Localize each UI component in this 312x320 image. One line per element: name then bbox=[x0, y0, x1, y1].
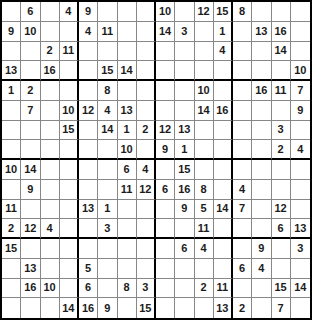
cell-r4c8[interactable] bbox=[137, 61, 156, 81]
cell-r3c9[interactable] bbox=[156, 42, 175, 62]
cell-r4c2[interactable] bbox=[21, 61, 40, 81]
cell-r4c9[interactable] bbox=[156, 61, 175, 81]
cell-r9c6[interactable] bbox=[98, 160, 117, 180]
cell-r8c5[interactable] bbox=[79, 140, 98, 160]
cell-r7c5[interactable] bbox=[79, 121, 98, 141]
cell-r5c6: 8 bbox=[98, 81, 117, 101]
cell-r1c8[interactable] bbox=[137, 2, 156, 22]
cell-r1c4: 4 bbox=[60, 2, 79, 22]
cell-r3c13[interactable] bbox=[233, 42, 252, 62]
sudoku-board: 6491012158910411143113162114141316151410… bbox=[0, 0, 312, 320]
cell-r16c9[interactable] bbox=[156, 298, 175, 318]
cell-r7c16[interactable] bbox=[291, 121, 310, 141]
cell-r13c13[interactable] bbox=[233, 239, 252, 259]
cell-r1c16[interactable] bbox=[291, 2, 310, 22]
cell-r14c6[interactable] bbox=[98, 259, 117, 279]
cell-r2c12: 1 bbox=[214, 22, 233, 42]
cell-r9c4[interactable] bbox=[60, 160, 79, 180]
cell-r7c13[interactable] bbox=[233, 121, 252, 141]
cell-r10c1[interactable] bbox=[2, 180, 21, 200]
cell-r16c13: 2 bbox=[233, 298, 252, 318]
cell-r14c7[interactable] bbox=[118, 259, 137, 279]
cell-r4c15[interactable] bbox=[272, 61, 291, 81]
cell-r8c2[interactable] bbox=[21, 140, 40, 160]
cell-r2c7[interactable] bbox=[118, 22, 137, 42]
cell-r7c12[interactable] bbox=[214, 121, 233, 141]
cell-r4c7: 14 bbox=[118, 61, 137, 81]
cell-r9c12[interactable] bbox=[214, 160, 233, 180]
cell-r8c1[interactable] bbox=[2, 140, 21, 160]
cell-r10c8: 12 bbox=[137, 180, 156, 200]
cell-r6c4: 10 bbox=[60, 101, 79, 121]
cell-r9c3[interactable] bbox=[41, 160, 60, 180]
cell-r3c8[interactable] bbox=[137, 42, 156, 62]
cell-r7c2[interactable] bbox=[21, 121, 40, 141]
cell-r8c3[interactable] bbox=[41, 140, 60, 160]
cell-r16c5: 16 bbox=[79, 298, 98, 318]
cell-r16c7[interactable] bbox=[118, 298, 137, 318]
cell-r13c1: 15 bbox=[2, 239, 21, 259]
cell-r8c7: 10 bbox=[118, 140, 137, 160]
cell-r11c10: 9 bbox=[175, 200, 194, 220]
cell-r6c15[interactable] bbox=[272, 101, 291, 121]
cell-r2c4[interactable] bbox=[60, 22, 79, 42]
cell-r12c16: 13 bbox=[291, 219, 310, 239]
cell-r14c5: 5 bbox=[79, 259, 98, 279]
cell-r9c16[interactable] bbox=[291, 160, 310, 180]
cell-r4c5[interactable] bbox=[79, 61, 98, 81]
cell-r9c14[interactable] bbox=[252, 160, 271, 180]
cell-r13c10: 6 bbox=[175, 239, 194, 259]
cell-r10c4[interactable] bbox=[60, 180, 79, 200]
cell-r11c9[interactable] bbox=[156, 200, 175, 220]
cell-r3c5[interactable] bbox=[79, 42, 98, 62]
cell-r11c11: 5 bbox=[195, 200, 214, 220]
cell-r8c6[interactable] bbox=[98, 140, 117, 160]
cell-r1c5: 9 bbox=[79, 2, 98, 22]
cell-r2c11[interactable] bbox=[195, 22, 214, 42]
cell-r10c14[interactable] bbox=[252, 180, 271, 200]
cell-r11c1: 11 bbox=[2, 200, 21, 220]
cell-r12c13[interactable] bbox=[233, 219, 252, 239]
cell-r16c1[interactable] bbox=[2, 298, 21, 318]
cell-r3c4: 11 bbox=[60, 42, 79, 62]
cell-r8c15: 2 bbox=[272, 140, 291, 160]
cell-r14c1[interactable] bbox=[2, 259, 21, 279]
cell-r13c11: 4 bbox=[195, 239, 214, 259]
cell-r16c4: 14 bbox=[60, 298, 79, 318]
cell-r11c4[interactable] bbox=[60, 200, 79, 220]
cell-r16c14[interactable] bbox=[252, 298, 271, 318]
cell-r6c10[interactable] bbox=[175, 101, 194, 121]
cell-r15c6[interactable] bbox=[98, 279, 117, 299]
cell-r13c14: 9 bbox=[252, 239, 271, 259]
cell-r12c3: 4 bbox=[41, 219, 60, 239]
cell-r6c1[interactable] bbox=[2, 101, 21, 121]
cell-r12c5[interactable] bbox=[79, 219, 98, 239]
cell-r3c12: 4 bbox=[214, 42, 233, 62]
cell-r7c9: 12 bbox=[156, 121, 175, 141]
cell-r14c14: 4 bbox=[252, 259, 271, 279]
cell-r2c6: 11 bbox=[98, 22, 117, 42]
cell-r11c3[interactable] bbox=[41, 200, 60, 220]
cell-r15c4[interactable] bbox=[60, 279, 79, 299]
cell-r1c6[interactable] bbox=[98, 2, 117, 22]
cell-r10c11: 8 bbox=[195, 180, 214, 200]
cell-r4c14[interactable] bbox=[252, 61, 271, 81]
cell-r2c1: 9 bbox=[2, 22, 21, 42]
cell-r10c10: 16 bbox=[175, 180, 194, 200]
cell-r13c12[interactable] bbox=[214, 239, 233, 259]
cell-r6c14[interactable] bbox=[252, 101, 271, 121]
cell-r11c5: 13 bbox=[79, 200, 98, 220]
cell-r13c15[interactable] bbox=[272, 239, 291, 259]
cell-r4c13[interactable] bbox=[233, 61, 252, 81]
cell-r4c4[interactable] bbox=[60, 61, 79, 81]
cell-r5c8[interactable] bbox=[137, 81, 156, 101]
cell-r13c8[interactable] bbox=[137, 239, 156, 259]
cell-r9c5[interactable] bbox=[79, 160, 98, 180]
cell-r12c11: 11 bbox=[195, 219, 214, 239]
cell-r16c10[interactable] bbox=[175, 298, 194, 318]
cell-r12c7[interactable] bbox=[118, 219, 137, 239]
cell-r11c6: 1 bbox=[98, 200, 117, 220]
cell-r10c5[interactable] bbox=[79, 180, 98, 200]
cell-r5c10[interactable] bbox=[175, 81, 194, 101]
cell-r13c2[interactable] bbox=[21, 239, 40, 259]
cell-r10c9: 6 bbox=[156, 180, 175, 200]
cell-r12c1: 2 bbox=[2, 219, 21, 239]
cell-r15c13[interactable] bbox=[233, 279, 252, 299]
cell-r7c10: 13 bbox=[175, 121, 194, 141]
cell-r2c14: 13 bbox=[252, 22, 271, 42]
cell-r16c3[interactable] bbox=[41, 298, 60, 318]
cell-r14c10[interactable] bbox=[175, 259, 194, 279]
cell-r15c14[interactable] bbox=[252, 279, 271, 299]
cell-r15c8: 3 bbox=[137, 279, 156, 299]
cell-r9c1: 10 bbox=[2, 160, 21, 180]
cell-r9c9[interactable] bbox=[156, 160, 175, 180]
cell-r11c14[interactable] bbox=[252, 200, 271, 220]
cell-r8c10: 1 bbox=[175, 140, 194, 160]
cell-r15c12: 11 bbox=[214, 279, 233, 299]
cell-r6c11: 14 bbox=[195, 101, 214, 121]
cell-r1c2: 6 bbox=[21, 2, 40, 22]
cell-r2c13[interactable] bbox=[233, 22, 252, 42]
cell-r2c8[interactable] bbox=[137, 22, 156, 42]
cell-r12c15: 6 bbox=[272, 219, 291, 239]
cell-r16c6: 9 bbox=[98, 298, 117, 318]
cell-r11c15: 12 bbox=[272, 200, 291, 220]
cell-r15c11: 2 bbox=[195, 279, 214, 299]
cell-r9c7: 6 bbox=[118, 160, 137, 180]
cell-r13c9[interactable] bbox=[156, 239, 175, 259]
cell-r12c4[interactable] bbox=[60, 219, 79, 239]
cell-r14c12[interactable] bbox=[214, 259, 233, 279]
cell-r5c13[interactable] bbox=[233, 81, 252, 101]
cell-r5c9[interactable] bbox=[156, 81, 175, 101]
cell-r8c13[interactable] bbox=[233, 140, 252, 160]
cell-r15c7: 8 bbox=[118, 279, 137, 299]
cell-r8c11[interactable] bbox=[195, 140, 214, 160]
cell-r11c13: 7 bbox=[233, 200, 252, 220]
cell-r9c15[interactable] bbox=[272, 160, 291, 180]
cell-r12c9[interactable] bbox=[156, 219, 175, 239]
cell-r2c15: 16 bbox=[272, 22, 291, 42]
cell-r5c16: 7 bbox=[291, 81, 310, 101]
cell-r2c2: 10 bbox=[21, 22, 40, 42]
cell-r7c1[interactable] bbox=[2, 121, 21, 141]
cell-r7c15: 3 bbox=[272, 121, 291, 141]
cell-r1c9: 10 bbox=[156, 2, 175, 22]
cell-r14c15[interactable] bbox=[272, 259, 291, 279]
cell-r6c5: 12 bbox=[79, 101, 98, 121]
cell-r10c12[interactable] bbox=[214, 180, 233, 200]
cell-r8c4[interactable] bbox=[60, 140, 79, 160]
cell-r6c16: 9 bbox=[291, 101, 310, 121]
cell-r5c4[interactable] bbox=[60, 81, 79, 101]
cell-r12c8[interactable] bbox=[137, 219, 156, 239]
cell-r12c2: 12 bbox=[21, 219, 40, 239]
cell-r9c10: 15 bbox=[175, 160, 194, 180]
cell-r11c2[interactable] bbox=[21, 200, 40, 220]
cell-r6c2: 7 bbox=[21, 101, 40, 121]
cell-r15c5: 6 bbox=[79, 279, 98, 299]
cell-r13c5[interactable] bbox=[79, 239, 98, 259]
cell-r7c3[interactable] bbox=[41, 121, 60, 141]
cell-r1c12: 15 bbox=[214, 2, 233, 22]
cell-r10c3[interactable] bbox=[41, 180, 60, 200]
cell-r9c2: 14 bbox=[21, 160, 40, 180]
cell-r5c11: 10 bbox=[195, 81, 214, 101]
cell-r10c15[interactable] bbox=[272, 180, 291, 200]
cell-r9c8: 4 bbox=[137, 160, 156, 180]
cell-r10c16[interactable] bbox=[291, 180, 310, 200]
cell-r10c7: 11 bbox=[118, 180, 137, 200]
cell-r1c3[interactable] bbox=[41, 2, 60, 22]
cell-r5c12[interactable] bbox=[214, 81, 233, 101]
cell-r15c3: 10 bbox=[41, 279, 60, 299]
cell-r10c6[interactable] bbox=[98, 180, 117, 200]
puzzle-screenshot: 6491012158910411143113162114141316151410… bbox=[0, 0, 312, 320]
cell-r15c2: 16 bbox=[21, 279, 40, 299]
cell-r13c7[interactable] bbox=[118, 239, 137, 259]
cell-r14c11[interactable] bbox=[195, 259, 214, 279]
cell-r5c2: 2 bbox=[21, 81, 40, 101]
cell-r7c4: 15 bbox=[60, 121, 79, 141]
cell-r6c7: 13 bbox=[118, 101, 137, 121]
cell-r5c14: 16 bbox=[252, 81, 271, 101]
cell-r6c12: 16 bbox=[214, 101, 233, 121]
cell-r15c15: 15 bbox=[272, 279, 291, 299]
cell-r7c11[interactable] bbox=[195, 121, 214, 141]
cell-r1c10[interactable] bbox=[175, 2, 194, 22]
cell-r2c5: 4 bbox=[79, 22, 98, 42]
cell-r15c1[interactable] bbox=[2, 279, 21, 299]
cell-r12c6: 3 bbox=[98, 219, 117, 239]
cell-r3c1[interactable] bbox=[2, 42, 21, 62]
cell-r6c9[interactable] bbox=[156, 101, 175, 121]
cell-r3c14[interactable] bbox=[252, 42, 271, 62]
cell-r16c11[interactable] bbox=[195, 298, 214, 318]
cell-r3c10[interactable] bbox=[175, 42, 194, 62]
cell-r5c7[interactable] bbox=[118, 81, 137, 101]
cell-r4c12[interactable] bbox=[214, 61, 233, 81]
cell-r11c7[interactable] bbox=[118, 200, 137, 220]
cell-r1c7[interactable] bbox=[118, 2, 137, 22]
cell-r5c1: 1 bbox=[2, 81, 21, 101]
cell-r14c4[interactable] bbox=[60, 259, 79, 279]
cell-r5c3[interactable] bbox=[41, 81, 60, 101]
cell-r8c12[interactable] bbox=[214, 140, 233, 160]
cell-r12c10[interactable] bbox=[175, 219, 194, 239]
cell-r14c16[interactable] bbox=[291, 259, 310, 279]
cell-r7c8: 2 bbox=[137, 121, 156, 141]
cell-r14c13: 6 bbox=[233, 259, 252, 279]
cell-r4c10[interactable] bbox=[175, 61, 194, 81]
cell-r15c9[interactable] bbox=[156, 279, 175, 299]
cell-r8c8[interactable] bbox=[137, 140, 156, 160]
cell-r7c7: 1 bbox=[118, 121, 137, 141]
cell-r16c15: 7 bbox=[272, 298, 291, 318]
cell-r3c6[interactable] bbox=[98, 42, 117, 62]
cell-r9c11[interactable] bbox=[195, 160, 214, 180]
cell-r15c16: 14 bbox=[291, 279, 310, 299]
cell-r11c12: 14 bbox=[214, 200, 233, 220]
cell-r11c8[interactable] bbox=[137, 200, 156, 220]
cell-r14c9[interactable] bbox=[156, 259, 175, 279]
cell-r12c14[interactable] bbox=[252, 219, 271, 239]
cell-r13c4[interactable] bbox=[60, 239, 79, 259]
cell-r2c3[interactable] bbox=[41, 22, 60, 42]
cell-r7c6: 14 bbox=[98, 121, 117, 141]
cell-r16c8: 15 bbox=[137, 298, 156, 318]
cell-r16c12: 13 bbox=[214, 298, 233, 318]
cell-r8c16: 4 bbox=[291, 140, 310, 160]
cell-r3c3: 2 bbox=[41, 42, 60, 62]
cell-r2c9: 14 bbox=[156, 22, 175, 42]
cell-r16c2[interactable] bbox=[21, 298, 40, 318]
cell-r15c10[interactable] bbox=[175, 279, 194, 299]
cell-r12c12[interactable] bbox=[214, 219, 233, 239]
cell-r7c14[interactable] bbox=[252, 121, 271, 141]
cell-r13c16: 3 bbox=[291, 239, 310, 259]
cell-r6c13[interactable] bbox=[233, 101, 252, 121]
cell-r2c16[interactable] bbox=[291, 22, 310, 42]
cell-r4c16: 10 bbox=[291, 61, 310, 81]
cell-r10c2: 9 bbox=[21, 180, 40, 200]
cell-r3c16[interactable] bbox=[291, 42, 310, 62]
cell-r4c6: 15 bbox=[98, 61, 117, 81]
cell-r4c11[interactable] bbox=[195, 61, 214, 81]
cell-r8c14[interactable] bbox=[252, 140, 271, 160]
cell-r14c2: 13 bbox=[21, 259, 40, 279]
cell-r3c11[interactable] bbox=[195, 42, 214, 62]
cell-r9c13[interactable] bbox=[233, 160, 252, 180]
cell-r5c5[interactable] bbox=[79, 81, 98, 101]
cell-r2c10: 3 bbox=[175, 22, 194, 42]
cell-r5c15: 11 bbox=[272, 81, 291, 101]
cell-r1c14[interactable] bbox=[252, 2, 271, 22]
cell-r1c15[interactable] bbox=[272, 2, 291, 22]
cell-r8c9: 9 bbox=[156, 140, 175, 160]
cell-r3c7[interactable] bbox=[118, 42, 137, 62]
cell-r3c15: 14 bbox=[272, 42, 291, 62]
cell-r13c6[interactable] bbox=[98, 239, 117, 259]
cell-r1c13: 8 bbox=[233, 2, 252, 22]
cell-r4c3: 16 bbox=[41, 61, 60, 81]
cell-r4c1: 13 bbox=[2, 61, 21, 81]
cell-r14c8[interactable] bbox=[137, 259, 156, 279]
cell-r1c1[interactable] bbox=[2, 2, 21, 22]
cell-r6c8[interactable] bbox=[137, 101, 156, 121]
cell-r6c3[interactable] bbox=[41, 101, 60, 121]
cell-r11c16[interactable] bbox=[291, 200, 310, 220]
cell-r14c3[interactable] bbox=[41, 259, 60, 279]
cell-r10c13: 4 bbox=[233, 180, 252, 200]
cell-r16c16[interactable] bbox=[291, 298, 310, 318]
cell-r6c6: 4 bbox=[98, 101, 117, 121]
cell-r13c3[interactable] bbox=[41, 239, 60, 259]
cell-r1c11: 12 bbox=[195, 2, 214, 22]
cell-r3c2[interactable] bbox=[21, 42, 40, 62]
